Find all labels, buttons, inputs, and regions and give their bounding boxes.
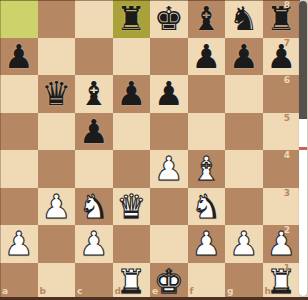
- rank-coordinate-4: 4: [284, 151, 290, 160]
- square-c5[interactable]: ♟: [75, 113, 113, 151]
- black-rook[interactable]: ♜: [263, 0, 301, 38]
- square-f4[interactable]: ♝: [188, 150, 226, 188]
- square-d7[interactable]: [113, 38, 151, 76]
- square-b4[interactable]: [38, 150, 76, 188]
- square-a3[interactable]: [0, 188, 38, 226]
- file-coordinate-a: a: [2, 287, 8, 296]
- square-d5[interactable]: [113, 113, 151, 151]
- board-top-edge: [0, 0, 300, 1]
- black-king[interactable]: ♚: [150, 0, 188, 38]
- square-h2[interactable]: ♟2: [263, 225, 301, 263]
- white-pawn[interactable]: ♟: [225, 225, 263, 263]
- square-d3[interactable]: ♛: [113, 188, 151, 226]
- black-pawn[interactable]: ♟: [188, 38, 226, 76]
- square-h5[interactable]: 5: [263, 113, 301, 151]
- square-h7[interactable]: ♟7: [263, 38, 301, 76]
- square-a4[interactable]: [0, 150, 38, 188]
- white-bishop[interactable]: ♝: [188, 150, 226, 188]
- square-c2[interactable]: ♟: [75, 225, 113, 263]
- white-pawn[interactable]: ♟: [0, 225, 38, 263]
- eval-bar-midpoint-tick: [299, 147, 307, 150]
- square-c4[interactable]: [75, 150, 113, 188]
- square-a2[interactable]: ♟: [0, 225, 38, 263]
- white-pawn[interactable]: ♟: [188, 225, 226, 263]
- square-h6[interactable]: 6: [263, 75, 301, 113]
- black-pawn[interactable]: ♟: [150, 75, 188, 113]
- white-pawn[interactable]: ♟: [38, 188, 76, 226]
- square-c6[interactable]: ♝: [75, 75, 113, 113]
- white-knight[interactable]: ♞: [188, 188, 226, 226]
- square-f1[interactable]: f: [188, 263, 226, 300]
- rank-coordinate-3: 3: [284, 189, 290, 198]
- black-pawn[interactable]: ♟: [225, 38, 263, 76]
- square-f5[interactable]: [188, 113, 226, 151]
- black-bishop[interactable]: ♝: [188, 0, 226, 38]
- square-e4[interactable]: ♟: [150, 150, 188, 188]
- black-pawn[interactable]: ♟: [0, 38, 38, 76]
- square-e7[interactable]: [150, 38, 188, 76]
- eval-bar-black-section: [299, 1, 307, 119]
- square-b2[interactable]: [38, 225, 76, 263]
- board-left-edge: [0, 0, 1, 300]
- square-a6[interactable]: [0, 75, 38, 113]
- square-b8[interactable]: [38, 0, 76, 38]
- square-f8[interactable]: ♝: [188, 0, 226, 38]
- square-b5[interactable]: [38, 113, 76, 151]
- square-f7[interactable]: ♟: [188, 38, 226, 76]
- square-a8[interactable]: [0, 0, 38, 38]
- chess-board[interactable]: ♜♚♝♞♜8♟♟♟♟7♛♝♟♟6♟5♟♝4♟♞♛♞3♟♟♟♟♟2abc♜d♚ef…: [0, 0, 300, 300]
- square-d4[interactable]: [113, 150, 151, 188]
- black-bishop[interactable]: ♝: [75, 75, 113, 113]
- file-coordinate-h: h: [265, 287, 271, 296]
- black-pawn[interactable]: ♟: [113, 75, 151, 113]
- square-f6[interactable]: [188, 75, 226, 113]
- white-pawn[interactable]: ♟: [75, 225, 113, 263]
- square-f2[interactable]: ♟: [188, 225, 226, 263]
- file-coordinate-g: g: [227, 287, 233, 296]
- rank-coordinate-6: 6: [284, 76, 290, 85]
- square-e3[interactable]: [150, 188, 188, 226]
- square-c8[interactable]: [75, 0, 113, 38]
- square-e2[interactable]: [150, 225, 188, 263]
- white-pawn[interactable]: ♟: [263, 225, 301, 263]
- square-d6[interactable]: ♟: [113, 75, 151, 113]
- square-g6[interactable]: [225, 75, 263, 113]
- square-c7[interactable]: [75, 38, 113, 76]
- black-pawn[interactable]: ♟: [75, 113, 113, 151]
- square-a1[interactable]: a: [0, 263, 38, 300]
- square-d8[interactable]: ♜: [113, 0, 151, 38]
- black-rook[interactable]: ♜: [113, 0, 151, 38]
- square-d1[interactable]: ♜d: [113, 263, 151, 300]
- white-knight[interactable]: ♞: [75, 188, 113, 226]
- square-e5[interactable]: [150, 113, 188, 151]
- chess-board-panel: ♜♚♝♞♜8♟♟♟♟7♛♝♟♟6♟5♟♝4♟♞♛♞3♟♟♟♟♟2abc♜d♚ef…: [0, 0, 308, 300]
- square-c1[interactable]: c: [75, 263, 113, 300]
- file-coordinate-f: f: [190, 287, 194, 296]
- square-g5[interactable]: [225, 113, 263, 151]
- square-h8[interactable]: ♜8: [263, 0, 301, 38]
- black-pawn[interactable]: ♟: [263, 38, 301, 76]
- rank-coordinate-8: 8: [284, 1, 290, 10]
- square-h3[interactable]: 3: [263, 188, 301, 226]
- file-coordinate-e: e: [152, 287, 158, 296]
- square-b6[interactable]: ♛: [38, 75, 76, 113]
- square-f3[interactable]: ♞: [188, 188, 226, 226]
- eval-bar: [299, 1, 307, 296]
- square-d2[interactable]: [113, 225, 151, 263]
- file-coordinate-d: d: [115, 287, 121, 296]
- file-coordinate-b: b: [40, 287, 46, 296]
- square-e8[interactable]: ♚: [150, 0, 188, 38]
- square-g8[interactable]: ♞: [225, 0, 263, 38]
- square-e6[interactable]: ♟: [150, 75, 188, 113]
- square-e1[interactable]: ♚e: [150, 263, 188, 300]
- rank-coordinate-5: 5: [284, 114, 290, 123]
- black-queen[interactable]: ♛: [38, 75, 76, 113]
- square-a7[interactable]: ♟: [0, 38, 38, 76]
- square-g7[interactable]: ♟: [225, 38, 263, 76]
- rank-coordinate-7: 7: [284, 39, 290, 48]
- black-knight[interactable]: ♞: [225, 0, 263, 38]
- file-coordinate-c: c: [77, 287, 82, 296]
- square-a5[interactable]: [0, 113, 38, 151]
- square-g3[interactable]: [225, 188, 263, 226]
- white-pawn[interactable]: ♟: [150, 150, 188, 188]
- square-b1[interactable]: b: [38, 263, 76, 300]
- square-h4[interactable]: 4: [263, 150, 301, 188]
- square-g2[interactable]: ♟: [225, 225, 263, 263]
- rank-coordinate-1: 1: [284, 264, 290, 273]
- rank-coordinate-2: 2: [284, 226, 290, 235]
- square-b7[interactable]: [38, 38, 76, 76]
- square-g4[interactable]: [225, 150, 263, 188]
- square-c3[interactable]: ♞: [75, 188, 113, 226]
- square-g1[interactable]: g: [225, 263, 263, 300]
- square-h1[interactable]: ♜1h: [263, 263, 301, 300]
- white-queen[interactable]: ♛: [113, 188, 151, 226]
- square-b3[interactable]: ♟: [38, 188, 76, 226]
